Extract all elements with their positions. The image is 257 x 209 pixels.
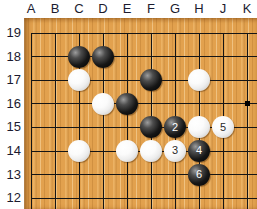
board-cell-F19[interactable] [139,21,163,45]
board-cell-G19[interactable] [163,21,187,45]
board-cell-D14[interactable] [91,139,115,163]
board-cell-D18[interactable] [91,45,115,69]
board-cell-E14[interactable] [115,139,139,163]
move-number-label: 2 [172,122,178,133]
board-cell-A17[interactable] [24,68,43,92]
black-stone: 2 [164,116,186,138]
board-cell-H18[interactable] [187,45,211,69]
column-label: C [67,1,91,17]
board-cell-G12[interactable] [163,186,187,209]
column-label: H [187,1,211,17]
column-label: J [211,1,235,17]
board-cell-H15[interactable] [187,116,211,140]
board-cell-H19[interactable] [187,21,211,45]
board-cell-J18[interactable] [211,45,235,69]
board-cell-A13[interactable] [24,163,43,187]
board-cell-C12[interactable] [67,186,91,209]
board-cell-H12[interactable] [187,186,211,209]
row-label: 13 [0,167,21,183]
board-cell-D12[interactable] [91,186,115,209]
board-cell-B15[interactable] [43,116,67,140]
board-cell-G18[interactable] [163,45,187,69]
board-cell-E18[interactable] [115,45,139,69]
board-cell-E13[interactable] [115,163,139,187]
board-cell-K14[interactable] [235,139,257,163]
board-cell-B14[interactable] [43,139,67,163]
column-label: D [91,1,115,17]
board-cell-A12[interactable] [24,186,43,209]
board-cell-A16[interactable] [24,92,43,116]
move-number-label: 5 [220,122,226,133]
board-cell-D17[interactable] [91,68,115,92]
board-cell-K15[interactable] [235,116,257,140]
board-cell-D19[interactable] [91,21,115,45]
white-stone [140,140,162,162]
board-cell-F12[interactable] [139,186,163,209]
board-cell-C15[interactable] [67,116,91,140]
board-cell-J12[interactable] [211,186,235,209]
board-cell-D13[interactable] [91,163,115,187]
black-stone [116,93,138,115]
black-stone [92,46,114,68]
board-cell-K12[interactable] [235,186,257,209]
board-cell-H14[interactable]: 4 [187,139,211,163]
white-stone: 3 [164,140,186,162]
board-cell-K18[interactable] [235,45,257,69]
board-cell-F14[interactable] [139,139,163,163]
board-cell-K19[interactable] [235,21,257,45]
white-stone [116,140,138,162]
black-stone [140,69,162,91]
row-label: 18 [0,49,21,65]
board-cell-J16[interactable] [211,92,235,116]
board-cell-B19[interactable] [43,21,67,45]
board-cell-G17[interactable] [163,68,187,92]
white-stone [188,116,210,138]
white-stone [92,93,114,115]
board-cell-B13[interactable] [43,163,67,187]
go-app-screen: ABCDEFGHJK 1918171615141312 25346 [0,0,257,209]
board-cell-J17[interactable] [211,68,235,92]
move-number-label: 6 [196,169,202,180]
board-cell-B18[interactable] [43,45,67,69]
board-cell-E19[interactable] [115,21,139,45]
board-cell-D15[interactable] [91,116,115,140]
black-stone: 4 [188,140,210,162]
column-label: F [139,1,163,17]
board-cell-A15[interactable] [24,116,43,140]
board-cell-B16[interactable] [43,92,67,116]
row-label: 12 [0,190,21,206]
board-cell-J14[interactable] [211,139,235,163]
board-cell-H16[interactable] [187,92,211,116]
board-cell-F13[interactable] [139,163,163,187]
white-stone: 5 [212,116,234,138]
board-cell-C14[interactable] [67,139,91,163]
board-cell-G15[interactable]: 2 [163,116,187,140]
move-number-label: 3 [172,145,178,156]
move-number-label: 4 [196,145,202,156]
black-stone: 6 [188,164,210,186]
board-cell-K13[interactable] [235,163,257,187]
column-label: B [43,1,67,17]
board-cell-H17[interactable] [187,68,211,92]
row-label: 17 [0,72,21,88]
row-label: 19 [0,25,21,41]
board-cell-E17[interactable] [115,68,139,92]
board-grid: 25346 [24,21,257,209]
board-cell-E16[interactable] [115,92,139,116]
board-cell-C13[interactable] [67,163,91,187]
column-label: K [235,1,257,17]
board-cell-E12[interactable] [115,186,139,209]
row-label: 16 [0,96,21,112]
board-cell-C18[interactable] [67,45,91,69]
board-cell-H13[interactable]: 6 [187,163,211,187]
board-cell-B12[interactable] [43,186,67,209]
board-cell-K17[interactable] [235,68,257,92]
board-cell-C16[interactable] [67,92,91,116]
board-cell-A14[interactable] [24,139,43,163]
board-cell-D16[interactable] [91,92,115,116]
column-label: A [19,1,43,17]
board-cell-F18[interactable] [139,45,163,69]
board-cell-G13[interactable] [163,163,187,187]
board-cell-K16[interactable] [235,92,257,116]
board-cell-C19[interactable] [67,21,91,45]
black-stone [140,116,162,138]
board-cell-B17[interactable] [43,68,67,92]
board-cell-C17[interactable] [67,68,91,92]
white-stone [68,140,90,162]
white-stone [68,69,90,91]
star-point-icon [245,101,250,106]
board-cell-E15[interactable] [115,116,139,140]
board-cell-J15[interactable]: 5 [211,116,235,140]
board-cell-J19[interactable] [211,21,235,45]
black-stone [68,46,90,68]
board-cell-G16[interactable] [163,92,187,116]
board-cell-J13[interactable] [211,163,235,187]
board-cell-G14[interactable]: 3 [163,139,187,163]
board-cell-F15[interactable] [139,116,163,140]
column-label: G [163,1,187,17]
board-cell-F16[interactable] [139,92,163,116]
board-cell-F17[interactable] [139,68,163,92]
go-board: 25346 [24,18,257,209]
white-stone [188,69,210,91]
board-cell-A18[interactable] [24,45,43,69]
row-label: 14 [0,143,21,159]
column-label: E [115,1,139,17]
board-cell-A19[interactable] [24,21,43,45]
row-label: 15 [0,119,21,135]
